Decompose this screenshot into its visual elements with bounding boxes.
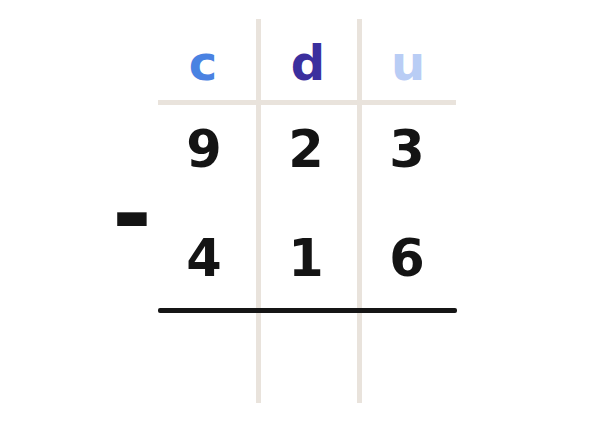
- minuend-hundreds: 9: [154, 124, 254, 175]
- answer-line: [158, 308, 457, 313]
- header-hundreds: c: [153, 39, 253, 87]
- minus-operator: -: [102, 184, 162, 244]
- subtrahend-units: 6: [357, 233, 457, 284]
- header-units: u: [358, 39, 458, 87]
- subtrahend-hundreds: 4: [154, 233, 254, 284]
- header-tens: d: [258, 39, 358, 87]
- subtrahend-tens: 1: [256, 233, 356, 284]
- header-underline: [158, 100, 456, 105]
- minuend-tens: 2: [256, 124, 356, 175]
- subtraction-worksheet: c d u 9 2 3 - 4 1 6: [0, 0, 600, 425]
- minuend-units: 3: [357, 124, 457, 175]
